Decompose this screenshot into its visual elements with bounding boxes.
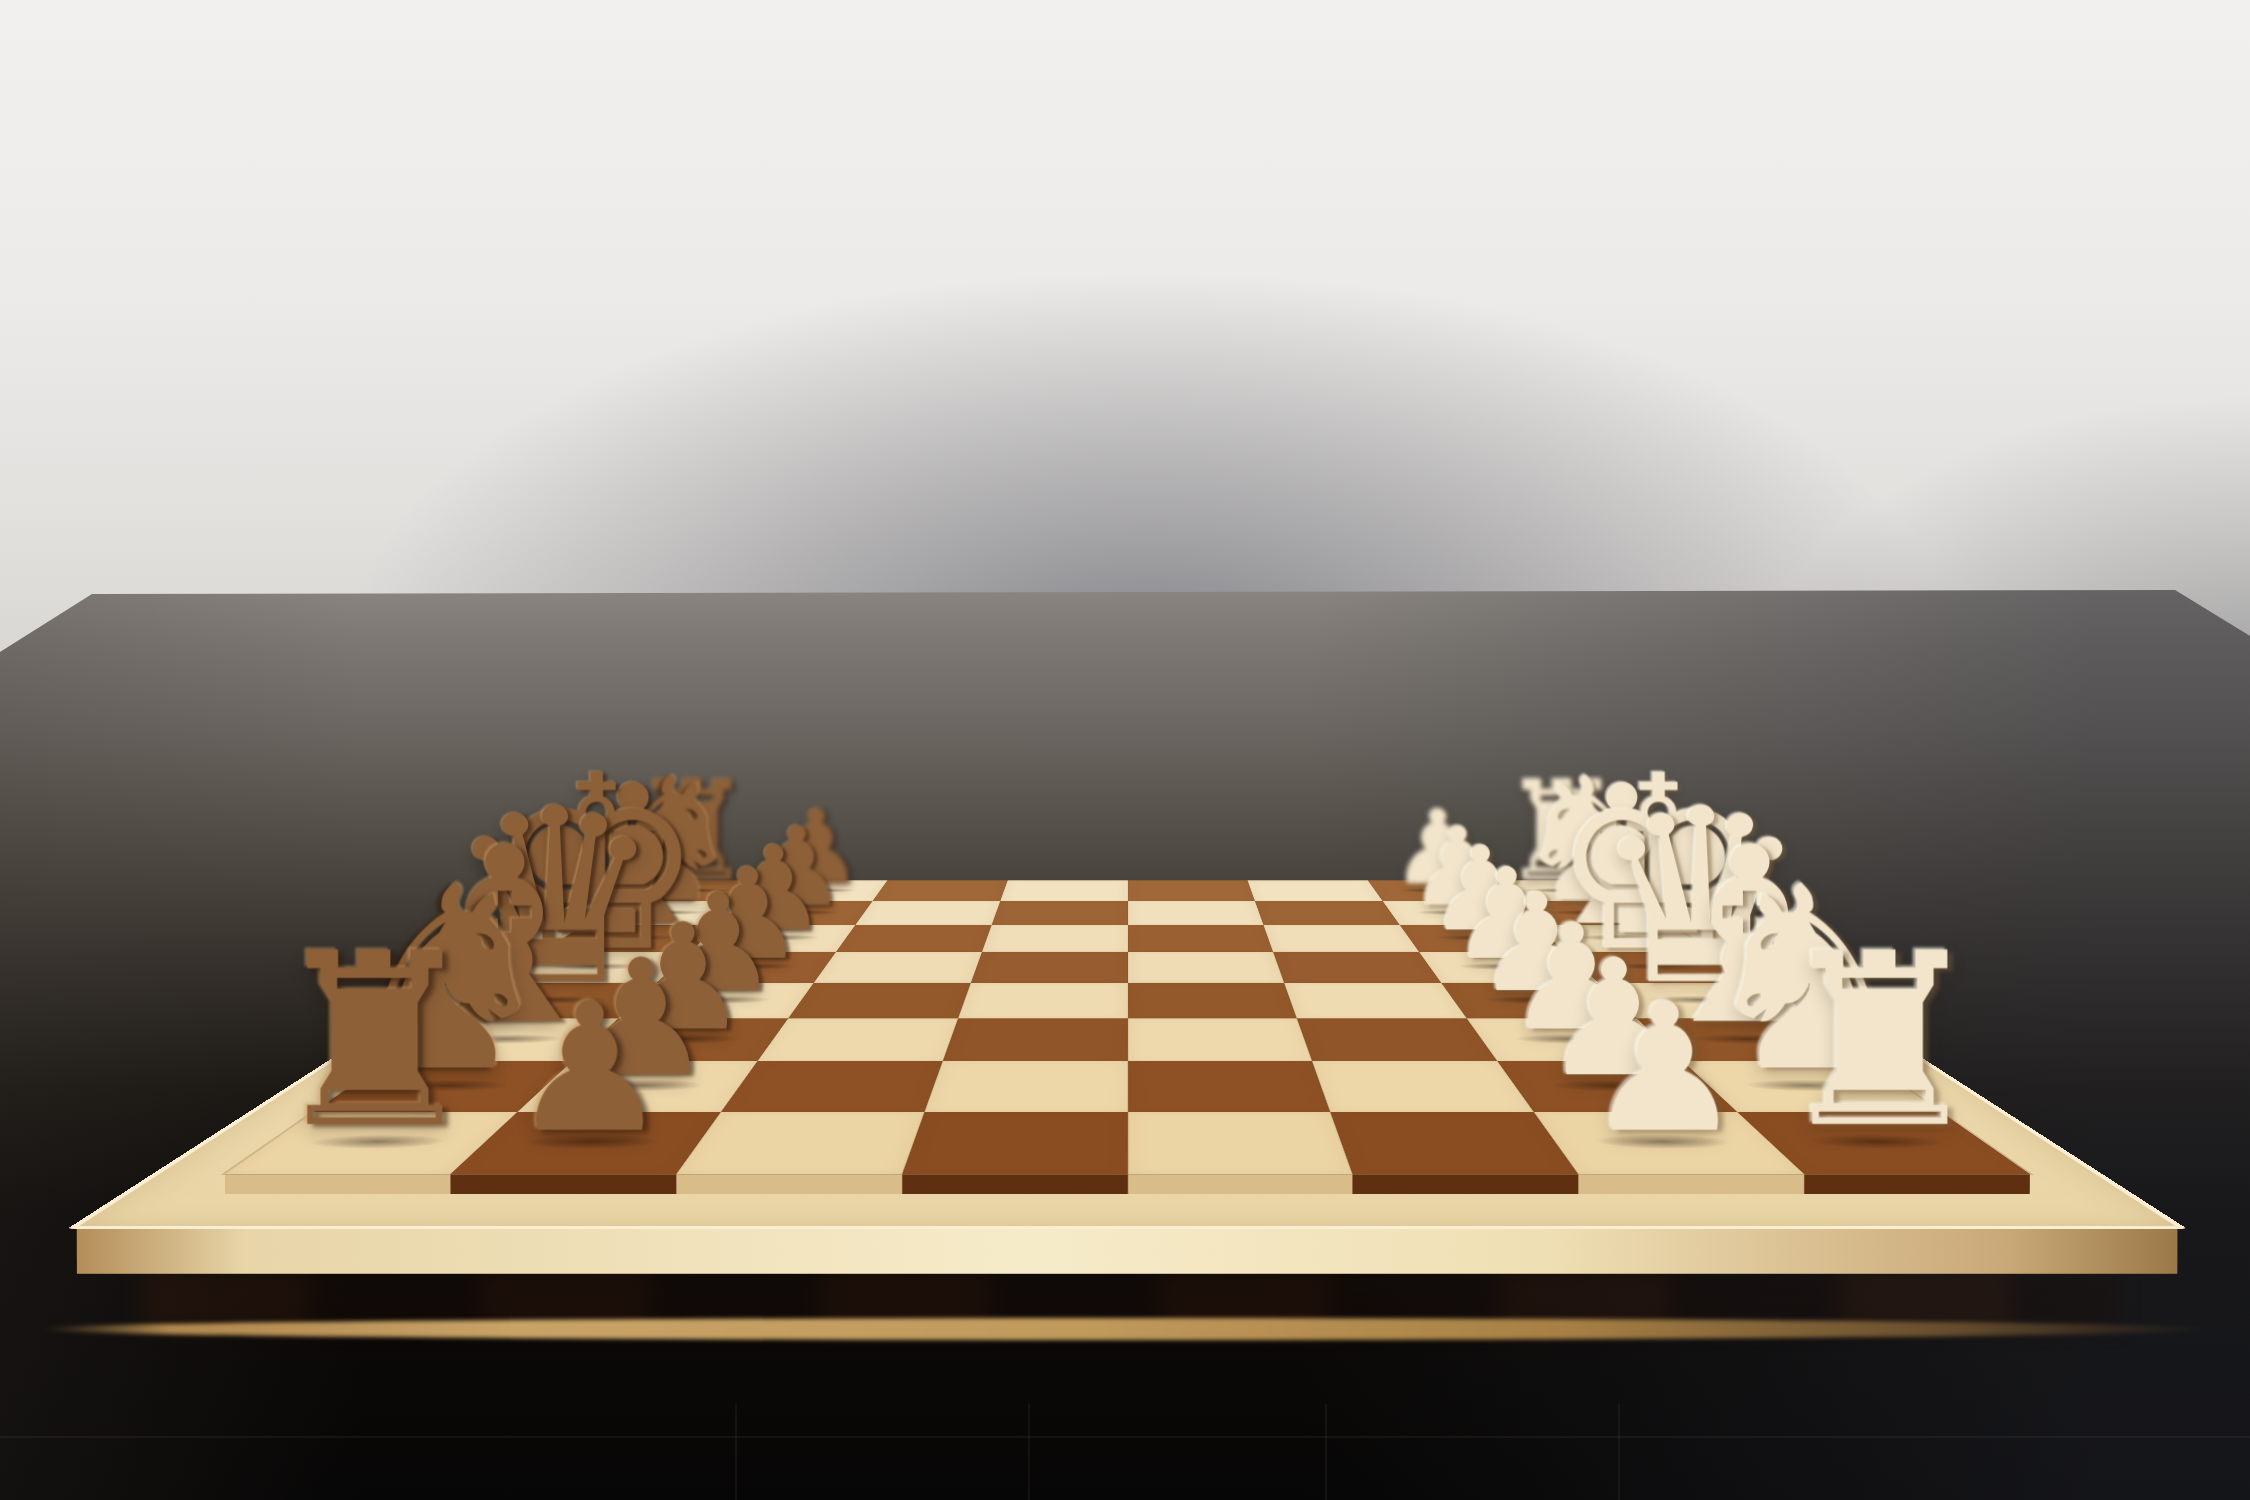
scene: ♜♟♟♜♞♟♟♞♝♟♟♝♚♟♟♚♛♟♟♛♝♟♟♝♞♟♟♞♜♟♟♜ — [0, 0, 2250, 1500]
squares-panel-front-edge — [225, 1174, 2030, 1196]
square-front-face — [450, 1174, 676, 1196]
square-front-face — [902, 1174, 1128, 1196]
black-rook-icon: ♜ — [170, 940, 581, 1144]
square-front-face — [225, 1174, 451, 1196]
perspective-container: ♜♟♟♜♞♟♟♞♝♟♟♝♚♟♟♚♛♟♟♛♝♟♟♝♞♟♟♞♜♟♟♜ — [0, 0, 2250, 1500]
chess-board: ♜♟♟♜♞♟♟♞♝♟♟♝♚♟♟♚♛♟♟♛♝♟♟♝♞♟♟♞♜♟♟♜ — [225, 880, 2030, 1174]
square-front-face — [1579, 1174, 1805, 1196]
square-front-face — [1353, 1174, 1579, 1196]
square-front-face — [1127, 1174, 1353, 1196]
square-front-face — [676, 1174, 902, 1196]
square-front-face — [1804, 1174, 2030, 1196]
white-rook-icon: ♜ — [1674, 940, 2085, 1144]
pieces-layer: ♜♟♟♜♞♟♟♞♝♟♟♝♚♟♟♚♛♟♟♛♝♟♟♝♞♟♟♞♜♟♟♜ — [225, 880, 2030, 1174]
board-base-front-edge — [77, 1229, 2178, 1274]
